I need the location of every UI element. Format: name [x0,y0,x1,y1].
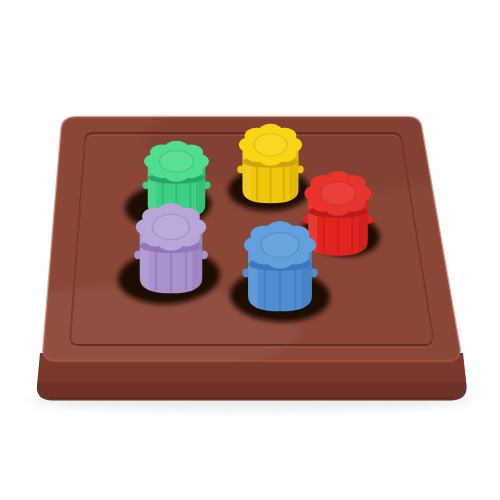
peg-purple-top-disc [153,214,190,239]
peg-red-top [304,171,371,216]
product-photo-scene [0,0,500,500]
peg-yellow-top-disc [254,134,287,156]
peg-yellow-top [239,124,302,166]
peg-green-top [144,141,209,182]
peg-blue-top [244,221,316,269]
peg-blue [235,219,325,319]
peg-blue-top-disc [261,232,299,257]
peg-green-top-disc [159,151,193,173]
peg-red-top-disc [320,182,355,206]
peg-purple [127,201,215,301]
peg-purple-top [136,203,206,251]
